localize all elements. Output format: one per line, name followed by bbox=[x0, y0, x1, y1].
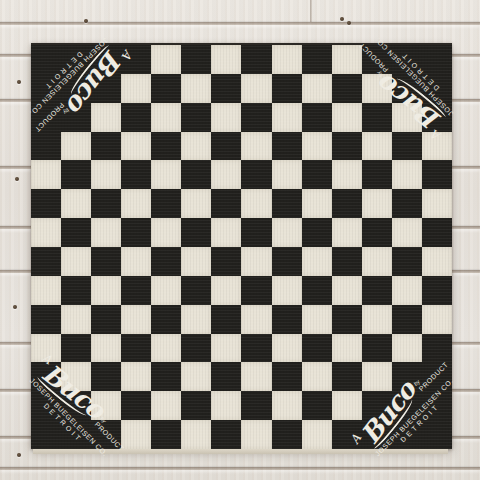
board-square-black bbox=[422, 160, 452, 189]
board-square-cream bbox=[392, 103, 422, 132]
board-square-cream bbox=[422, 189, 452, 218]
board-square-cream bbox=[181, 420, 211, 449]
board-square-cream bbox=[362, 362, 392, 391]
board-square-black bbox=[181, 276, 211, 305]
board-square-black bbox=[332, 74, 362, 103]
board-square-cream bbox=[181, 189, 211, 218]
board-square-cream bbox=[181, 247, 211, 276]
board-square-black bbox=[181, 45, 211, 74]
nail-hole bbox=[84, 19, 88, 23]
board-square-black bbox=[302, 45, 332, 74]
board-square-black bbox=[332, 132, 362, 161]
board-square-black bbox=[61, 391, 91, 420]
board-square-cream bbox=[181, 362, 211, 391]
board-square-cream bbox=[272, 103, 302, 132]
board-square-cream bbox=[241, 247, 271, 276]
board-square-black bbox=[392, 45, 422, 74]
nail-hole bbox=[347, 21, 351, 25]
board-square-black bbox=[181, 218, 211, 247]
board-square-black bbox=[211, 189, 241, 218]
board-square-black bbox=[332, 420, 362, 449]
board-square-black bbox=[332, 247, 362, 276]
board-square-cream bbox=[211, 391, 241, 420]
board-square-cream bbox=[211, 45, 241, 74]
board-square-cream bbox=[362, 247, 392, 276]
board-square-cream bbox=[272, 391, 302, 420]
board-square-black bbox=[151, 132, 181, 161]
board-square-cream bbox=[392, 334, 422, 363]
board-square-black bbox=[151, 247, 181, 276]
board-square-black bbox=[31, 189, 61, 218]
board-square-cream bbox=[121, 420, 151, 449]
board-square-cream bbox=[302, 189, 332, 218]
board-square-cream bbox=[91, 103, 121, 132]
board-square-black bbox=[151, 362, 181, 391]
board-square-cream bbox=[211, 334, 241, 363]
board-square-black bbox=[91, 45, 121, 74]
board-square-cream bbox=[181, 132, 211, 161]
board-square-black bbox=[61, 420, 91, 449]
board-square-black bbox=[151, 74, 181, 103]
board-square-black bbox=[392, 132, 422, 161]
board-square-black bbox=[392, 305, 422, 334]
board-square-black bbox=[362, 391, 392, 420]
board-square-black bbox=[422, 420, 452, 449]
board-square-cream bbox=[241, 132, 271, 161]
board-square-cream bbox=[362, 189, 392, 218]
board-square-cream bbox=[302, 247, 332, 276]
board-square-cream bbox=[332, 391, 362, 420]
board-square-black bbox=[302, 103, 332, 132]
board-square-black bbox=[151, 189, 181, 218]
board-square-cream bbox=[302, 74, 332, 103]
board-square-cream bbox=[31, 160, 61, 189]
board-square-cream bbox=[302, 362, 332, 391]
board-square-cream bbox=[61, 305, 91, 334]
board-square-cream bbox=[181, 74, 211, 103]
board-square-black bbox=[211, 305, 241, 334]
board-square-black bbox=[362, 276, 392, 305]
board-square-black bbox=[392, 74, 422, 103]
board-square-black bbox=[392, 189, 422, 218]
board-square-black bbox=[91, 362, 121, 391]
board-square-cream bbox=[332, 103, 362, 132]
board-square-black bbox=[211, 132, 241, 161]
board-square-cream bbox=[121, 247, 151, 276]
board-square-black bbox=[302, 160, 332, 189]
wood-plank-seam bbox=[0, 467, 480, 470]
board-square-cream bbox=[91, 391, 121, 420]
board-square-black bbox=[241, 103, 271, 132]
board-square-cream bbox=[151, 276, 181, 305]
board-square-black bbox=[272, 247, 302, 276]
board-square-black bbox=[151, 305, 181, 334]
board-square-cream bbox=[392, 218, 422, 247]
board-square-black bbox=[181, 391, 211, 420]
nail-hole bbox=[340, 17, 344, 21]
board-square-cream bbox=[211, 218, 241, 247]
board-square-cream bbox=[272, 218, 302, 247]
board-square-black bbox=[422, 391, 452, 420]
board-square-black bbox=[392, 362, 422, 391]
board-square-cream bbox=[422, 305, 452, 334]
board-square-cream bbox=[332, 218, 362, 247]
board-square-black bbox=[211, 74, 241, 103]
board-square-black bbox=[302, 391, 332, 420]
board-square-black bbox=[241, 45, 271, 74]
board-square-black bbox=[181, 334, 211, 363]
board-square-cream bbox=[241, 362, 271, 391]
board-square-cream bbox=[302, 305, 332, 334]
board-square-black bbox=[272, 420, 302, 449]
board-square-black bbox=[362, 420, 392, 449]
board-square-cream bbox=[121, 132, 151, 161]
board-square-black bbox=[211, 420, 241, 449]
board-square-cream bbox=[211, 276, 241, 305]
board-square-black bbox=[422, 103, 452, 132]
board-square-cream bbox=[121, 74, 151, 103]
board-square-black bbox=[61, 160, 91, 189]
board-square-black bbox=[31, 420, 61, 449]
board-square-cream bbox=[211, 160, 241, 189]
board-square-black bbox=[392, 247, 422, 276]
board-square-black bbox=[31, 391, 61, 420]
board-square-black bbox=[302, 276, 332, 305]
board-square-black bbox=[91, 132, 121, 161]
board-square-black bbox=[61, 276, 91, 305]
board-square-black bbox=[31, 103, 61, 132]
board-square-black bbox=[272, 132, 302, 161]
board-square-cream bbox=[31, 218, 61, 247]
board-square-black bbox=[151, 420, 181, 449]
board-square-black bbox=[272, 362, 302, 391]
board-square-cream bbox=[392, 160, 422, 189]
board-square-cream bbox=[272, 45, 302, 74]
board-square-black bbox=[61, 103, 91, 132]
board-square-black bbox=[241, 391, 271, 420]
board-square-cream bbox=[151, 218, 181, 247]
board-square-cream bbox=[61, 132, 91, 161]
board-square-black bbox=[61, 45, 91, 74]
board-square-cream bbox=[272, 276, 302, 305]
board-square-cream bbox=[362, 132, 392, 161]
board-square-black bbox=[422, 218, 452, 247]
board-square-black bbox=[362, 103, 392, 132]
board-square-cream bbox=[181, 305, 211, 334]
board-square-black bbox=[422, 362, 452, 391]
board-square-cream bbox=[422, 247, 452, 276]
board-square-black bbox=[121, 391, 151, 420]
bandana: A Buco by PRODUCT JOSEPH BUEGELEISEN CO.… bbox=[31, 43, 452, 449]
board-square-black bbox=[91, 247, 121, 276]
nail-hole bbox=[15, 177, 19, 181]
board-square-cream bbox=[61, 247, 91, 276]
board-square-cream bbox=[272, 334, 302, 363]
board-square-cream bbox=[241, 420, 271, 449]
board-square-cream bbox=[151, 103, 181, 132]
board-square-cream bbox=[31, 334, 61, 363]
board-square-cream bbox=[61, 362, 91, 391]
board-square-cream bbox=[151, 391, 181, 420]
board-square-cream bbox=[302, 132, 332, 161]
board-square-black bbox=[332, 362, 362, 391]
board-square-cream bbox=[332, 160, 362, 189]
board-square-black bbox=[241, 334, 271, 363]
board-square-black bbox=[91, 420, 121, 449]
board-square-cream bbox=[121, 189, 151, 218]
board-square-cream bbox=[392, 276, 422, 305]
board-square-cream bbox=[31, 276, 61, 305]
board-square-cream bbox=[91, 160, 121, 189]
board-square-black bbox=[121, 160, 151, 189]
board-square-black bbox=[31, 305, 61, 334]
board-square-cream bbox=[61, 189, 91, 218]
board-square-black bbox=[422, 334, 452, 363]
board-square-cream bbox=[302, 420, 332, 449]
board-square-cream bbox=[332, 276, 362, 305]
board-square-cream bbox=[272, 160, 302, 189]
board-square-black bbox=[31, 74, 61, 103]
board-square-black bbox=[61, 334, 91, 363]
wood-plank-seam bbox=[0, 22, 480, 25]
nail-hole bbox=[13, 305, 17, 309]
board-square-cream bbox=[362, 305, 392, 334]
nail-hole bbox=[17, 453, 21, 457]
board-square-black bbox=[91, 189, 121, 218]
board-square-cream bbox=[121, 362, 151, 391]
board-square-cream bbox=[151, 334, 181, 363]
board-square-cream bbox=[91, 218, 121, 247]
board-square-black bbox=[181, 160, 211, 189]
board-square-black bbox=[392, 420, 422, 449]
board-square-black bbox=[91, 74, 121, 103]
board-square-black bbox=[302, 218, 332, 247]
board-square-black bbox=[422, 74, 452, 103]
board-square-black bbox=[272, 305, 302, 334]
wood-plank-seam-vertical bbox=[310, 0, 312, 22]
board-square-cream bbox=[332, 45, 362, 74]
board-square-black bbox=[272, 189, 302, 218]
board-square-black bbox=[61, 74, 91, 103]
board-square-black bbox=[272, 74, 302, 103]
board-square-black bbox=[121, 276, 151, 305]
board-square-cream bbox=[91, 334, 121, 363]
board-square-black bbox=[121, 334, 151, 363]
board-square-cream bbox=[422, 132, 452, 161]
checkerboard bbox=[31, 45, 452, 449]
board-square-black bbox=[91, 305, 121, 334]
board-square-cream bbox=[241, 189, 271, 218]
board-square-black bbox=[241, 218, 271, 247]
board-square-cream bbox=[91, 276, 121, 305]
board-square-black bbox=[211, 362, 241, 391]
board-square-black bbox=[392, 391, 422, 420]
board-square-black bbox=[31, 45, 61, 74]
board-square-cream bbox=[332, 334, 362, 363]
board-square-black bbox=[61, 218, 91, 247]
board-square-cream bbox=[211, 103, 241, 132]
board-square-black bbox=[121, 218, 151, 247]
board-square-black bbox=[121, 103, 151, 132]
board-square-black bbox=[181, 103, 211, 132]
board-square-black bbox=[211, 247, 241, 276]
board-square-black bbox=[31, 132, 61, 161]
board-square-black bbox=[241, 160, 271, 189]
board-square-black bbox=[241, 276, 271, 305]
board-square-cream bbox=[151, 45, 181, 74]
board-square-black bbox=[362, 45, 392, 74]
board-square-black bbox=[302, 334, 332, 363]
board-square-black bbox=[362, 218, 392, 247]
board-square-black bbox=[422, 276, 452, 305]
board-square-black bbox=[31, 362, 61, 391]
board-square-black bbox=[121, 45, 151, 74]
board-square-black bbox=[332, 305, 362, 334]
board-square-cream bbox=[362, 74, 392, 103]
board-square-black bbox=[362, 334, 392, 363]
board-square-black bbox=[422, 45, 452, 74]
board-square-cream bbox=[121, 305, 151, 334]
board-square-black bbox=[332, 189, 362, 218]
board-square-cream bbox=[151, 160, 181, 189]
nail-hole bbox=[17, 80, 21, 84]
board-square-black bbox=[31, 247, 61, 276]
board-square-cream bbox=[241, 305, 271, 334]
board-square-cream bbox=[241, 74, 271, 103]
board-square-black bbox=[362, 160, 392, 189]
